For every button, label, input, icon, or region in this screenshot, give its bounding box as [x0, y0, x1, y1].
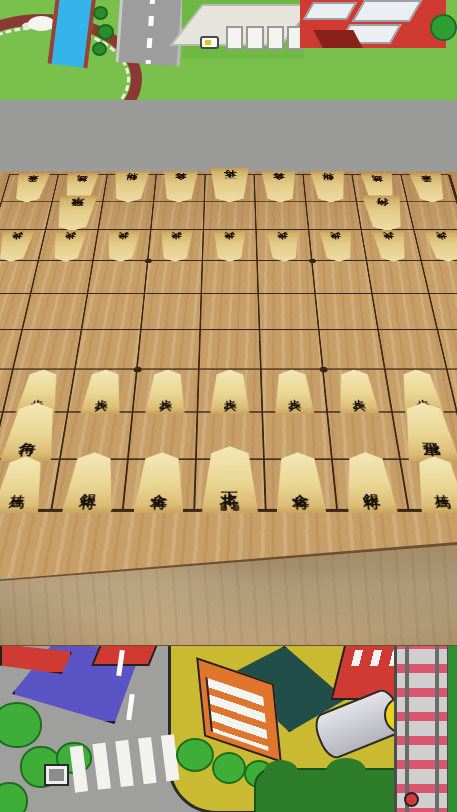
square-7b[interactable] [98, 202, 153, 231]
piece-kanji: 歩兵 [286, 387, 299, 396]
square-9b[interactable] [0, 202, 52, 231]
square-8h[interactable]: 角行 [0, 413, 68, 460]
piece-3g-pawn[interactable]: 歩兵 [335, 370, 379, 414]
piece-kanji: 歩兵 [32, 387, 46, 396]
square-7c[interactable]: 歩兵 [93, 230, 151, 261]
square-5e[interactable] [200, 294, 259, 330]
piece-1c-pawn[interactable]: 歩兵 [424, 230, 457, 262]
king-signature-marks [220, 505, 239, 511]
square-2d[interactable] [367, 261, 430, 294]
piece-kanji: 角行 [22, 426, 40, 436]
square-6i[interactable]: 金将 [123, 460, 196, 512]
piece-kanji: 歩兵 [96, 387, 110, 396]
playmat-top-strip [0, 0, 457, 100]
square-5c[interactable]: 歩兵 [203, 230, 258, 261]
piece-kanji: 銀将 [81, 477, 99, 488]
playmat-houses-icon [226, 26, 304, 50]
piece-kanji: 飛車 [419, 426, 438, 436]
piece-kanji: 金将 [151, 477, 168, 488]
piece-9a-lance[interactable]: 香車 [10, 173, 50, 202]
piece-kanji: 飛車 [68, 210, 82, 216]
playmat-car-icon [200, 36, 219, 49]
square-8i[interactable]: 桂馬 [0, 460, 60, 512]
piece-kanji: 歩兵 [224, 242, 235, 248]
square-5b[interactable] [204, 202, 257, 231]
piece-kanji: 歩兵 [384, 242, 396, 248]
playmat-grass-strip [448, 644, 457, 812]
playmat-crosswalk-icon [70, 733, 187, 792]
playmat-bush-icon [93, 6, 108, 20]
square-2c[interactable]: 歩兵 [361, 230, 421, 261]
piece-7c-pawn[interactable]: 歩兵 [103, 230, 140, 262]
piece-5g-pawn[interactable]: 歩兵 [210, 370, 249, 414]
square-3i[interactable]: 銀将 [332, 460, 409, 512]
square-8c[interactable]: 歩兵 [38, 230, 98, 261]
piece-7a-silver[interactable]: 銀将 [110, 171, 149, 202]
square-4f[interactable] [260, 330, 323, 369]
square-4a[interactable]: 金将 [254, 175, 306, 202]
square-4i[interactable]: 金将 [264, 460, 337, 512]
square-2e[interactable] [372, 294, 437, 330]
piece-kanji: 歩兵 [159, 387, 172, 396]
piece-5a-king[interactable]: 玉将 [209, 168, 249, 202]
piece-kanji: 金将 [173, 184, 185, 189]
square-6b[interactable] [151, 202, 205, 231]
square-7d[interactable] [88, 261, 148, 294]
square-4c[interactable]: 歩兵 [256, 230, 312, 261]
square-8f[interactable] [13, 330, 82, 369]
playmat-bush-icon [92, 42, 107, 56]
square-5a[interactable]: 玉将 [204, 175, 255, 202]
piece-4c-pawn[interactable]: 歩兵 [266, 230, 301, 262]
square-2b[interactable]: 角行 [357, 202, 414, 231]
piece-4i-gold[interactable]: 金将 [273, 452, 326, 513]
piece-1a-lance[interactable]: 香車 [409, 173, 449, 202]
piece-kanji: 桂馬 [74, 185, 86, 191]
piece-6i-gold[interactable]: 金将 [133, 452, 186, 513]
square-7i[interactable]: 銀将 [51, 460, 128, 512]
square-6d[interactable] [145, 261, 203, 294]
square-2i[interactable]: 桂馬 [400, 460, 457, 512]
playmat-road-dash [126, 694, 135, 720]
piece-kanji: 歩兵 [8, 242, 20, 248]
piece-kanji: 歩兵 [170, 242, 181, 248]
square-5i[interactable]: 王将 [195, 460, 267, 512]
piece-8i-knight[interactable]: 桂馬 [0, 456, 48, 513]
square-6a[interactable]: 金将 [154, 175, 206, 202]
square-7e[interactable] [82, 294, 145, 330]
square-3c[interactable]: 歩兵 [309, 230, 367, 261]
square-6f[interactable] [137, 330, 200, 369]
piece-kanji: 歩兵 [223, 387, 236, 396]
piece-kanji: 桂馬 [373, 185, 385, 191]
square-4g[interactable]: 歩兵 [261, 370, 327, 413]
playmat-bush-icon [97, 24, 114, 40]
square-1c[interactable]: 歩兵 [414, 230, 457, 261]
square-7f[interactable] [75, 330, 141, 369]
square-6g[interactable]: 歩兵 [133, 370, 199, 413]
square-8e[interactable] [22, 294, 87, 330]
piece-6a-gold[interactable]: 金将 [161, 171, 198, 202]
piece-5c-pawn[interactable]: 歩兵 [213, 230, 246, 262]
piece-9c-pawn[interactable]: 歩兵 [0, 230, 35, 262]
piece-6g-pawn[interactable]: 歩兵 [145, 370, 186, 414]
piece-8b-rook[interactable]: 飛車 [51, 196, 97, 231]
square-7g[interactable]: 歩兵 [68, 370, 137, 413]
playmat-flower-icon [404, 792, 419, 807]
piece-7g-pawn[interactable]: 歩兵 [80, 370, 124, 414]
square-2f[interactable] [378, 330, 447, 369]
piece-kanji: 桂馬 [430, 479, 447, 490]
square-1a[interactable]: 香車 [401, 175, 457, 202]
square-7h[interactable] [60, 413, 133, 460]
square-8d[interactable] [31, 261, 93, 294]
square-3d[interactable] [312, 261, 372, 294]
playmat-tree-icon [0, 702, 42, 748]
square-9a[interactable]: 香車 [2, 175, 59, 202]
square-7a[interactable]: 銀将 [103, 175, 156, 202]
piece-kanji: 歩兵 [277, 242, 288, 248]
piece-kanji: 歩兵 [331, 242, 342, 248]
square-2h[interactable]: 飛車 [392, 413, 457, 460]
playmat-signal-box-icon [44, 764, 69, 786]
square-4e[interactable] [258, 294, 319, 330]
piece-2c-pawn[interactable]: 歩兵 [371, 230, 410, 262]
piece-8c-pawn[interactable]: 歩兵 [48, 230, 87, 262]
piece-4g-pawn[interactable]: 歩兵 [273, 370, 314, 414]
playmat-road-icon [116, 0, 185, 66]
piece-kanji: 玉将 [223, 182, 236, 187]
shogi-photo-scene: 香車桂馬銀将金将玉将金将銀将桂馬香車飛車角行歩兵歩兵歩兵歩兵歩兵歩兵歩兵歩兵歩兵… [0, 0, 457, 812]
square-5f[interactable] [199, 330, 261, 369]
piece-4a-gold[interactable]: 金将 [261, 171, 298, 202]
piece-kanji: 角行 [377, 210, 391, 216]
piece-kanji: 銀将 [322, 184, 335, 189]
piece-3a-silver[interactable]: 銀将 [310, 171, 349, 202]
piece-kanji: 歩兵 [438, 242, 450, 248]
square-6e[interactable] [141, 294, 202, 330]
piece-kanji: 銀将 [360, 477, 378, 488]
playmat-tree-icon [430, 14, 457, 41]
square-5g[interactable]: 歩兵 [198, 370, 263, 413]
shogi-board-surface: 香車桂馬銀将金将玉将金将銀将桂馬香車飛車角行歩兵歩兵歩兵歩兵歩兵歩兵歩兵歩兵歩兵… [0, 172, 457, 578]
piece-3c-pawn[interactable]: 歩兵 [319, 230, 356, 262]
playmat-tree-icon [0, 782, 28, 812]
square-3f[interactable] [319, 330, 385, 369]
playmat-railway-track-icon [394, 644, 450, 812]
piece-3i-silver[interactable]: 銀将 [341, 452, 398, 513]
piece-kanji: 桂馬 [12, 479, 29, 490]
square-1b[interactable] [407, 202, 457, 231]
shogi-grid: 香車桂馬銀将金将玉将金将銀将桂馬香車飛車角行歩兵歩兵歩兵歩兵歩兵歩兵歩兵歩兵歩兵… [0, 174, 457, 510]
square-3b[interactable] [306, 202, 362, 231]
square-9c[interactable]: 歩兵 [0, 230, 46, 261]
square-4b[interactable] [255, 202, 309, 231]
piece-kanji: 香車 [422, 185, 434, 191]
playmat-red-roof-icon [91, 644, 159, 666]
piece-kanji: 王将 [220, 473, 238, 484]
square-8b[interactable]: 飛車 [46, 202, 103, 231]
piece-2i-knight[interactable]: 桂馬 [411, 456, 457, 513]
square-3e[interactable] [315, 294, 378, 330]
square-3a[interactable]: 銀将 [303, 175, 356, 202]
piece-kanji: 歩兵 [349, 387, 363, 396]
piece-kanji: 金将 [290, 477, 307, 488]
square-5d[interactable] [202, 261, 259, 294]
piece-kanji: 歩兵 [62, 242, 74, 248]
piece-kanji: 香車 [24, 185, 36, 191]
piece-kanji: 歩兵 [413, 387, 427, 396]
piece-kanji: 金将 [273, 184, 285, 189]
piece-2b-bishop[interactable]: 角行 [361, 196, 407, 231]
square-3g[interactable]: 歩兵 [323, 370, 392, 413]
piece-6c-pawn[interactable]: 歩兵 [158, 230, 193, 262]
piece-7i-silver[interactable]: 銀将 [61, 452, 118, 513]
piece-kanji: 歩兵 [116, 242, 127, 248]
playmat-bottom-strip [0, 644, 457, 812]
piece-kanji: 銀将 [123, 184, 136, 189]
square-4d[interactable] [257, 261, 315, 294]
square-6c[interactable]: 歩兵 [148, 230, 204, 261]
